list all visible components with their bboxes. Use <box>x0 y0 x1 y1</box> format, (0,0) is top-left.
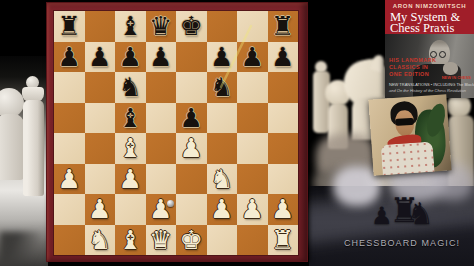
square-a4[interactable] <box>54 133 85 164</box>
chess-board: ♜♝♛♚♜♟♟♟♟♟♟♟♞♞♝♟♝♟♟♟♞♟♟♟♟♟♞♝♛♚♜ <box>54 11 298 255</box>
book-tagline-3: ONE EDITION <box>389 71 429 77</box>
square-e7[interactable] <box>176 42 207 73</box>
square-g2[interactable]: ♟ <box>237 194 268 225</box>
white-knight: ♞ <box>210 164 233 195</box>
white-pawn: ♟ <box>119 164 142 195</box>
channel-name: CHESSBOARD MAGIC! <box>322 238 474 248</box>
square-c3[interactable]: ♟ <box>115 164 146 195</box>
square-a2[interactable] <box>54 194 85 225</box>
white-pawn: ♟ <box>210 194 233 225</box>
sunglasses-icon <box>395 118 414 126</box>
white-pawn: ♟ <box>180 133 203 164</box>
square-g5[interactable] <box>237 103 268 134</box>
square-d2[interactable]: ♟ <box>146 194 177 225</box>
black-pawn: ♟ <box>180 103 203 134</box>
square-h6[interactable] <box>268 72 299 103</box>
square-e6[interactable] <box>176 72 207 103</box>
black-pawn: ♟ <box>241 42 264 73</box>
square-c2[interactable] <box>115 194 146 225</box>
white-pawn: ♟ <box>58 164 81 195</box>
nimzowitsch-photo: HIS LANDMARK CLASSICS IN ONE EDITION NEW… <box>385 34 474 98</box>
square-d3[interactable] <box>146 164 177 195</box>
mouse-cursor <box>167 200 174 207</box>
square-h2[interactable]: ♟ <box>268 194 299 225</box>
square-a6[interactable] <box>54 72 85 103</box>
square-d8[interactable]: ♛ <box>146 11 177 42</box>
black-knight: ♞ <box>119 72 142 103</box>
square-d6[interactable] <box>146 72 177 103</box>
square-g6[interactable] <box>237 72 268 103</box>
square-h1[interactable]: ♜ <box>268 225 299 256</box>
white-pawn: ♟ <box>88 194 111 225</box>
white-pawn: ♟ <box>271 194 294 225</box>
square-h5[interactable] <box>268 103 299 134</box>
white-king: ♚ <box>180 225 203 256</box>
square-c4[interactable]: ♝ <box>115 133 146 164</box>
black-rook: ♜ <box>58 11 81 42</box>
left-pieces-photo <box>0 56 48 266</box>
square-b3[interactable] <box>85 164 116 195</box>
video-frame[interactable]: ♟ ♜ ♞ CHESSBOARD MAGIC! ARON NIMZOWITSCH… <box>0 0 474 266</box>
square-f7[interactable]: ♟ <box>207 42 238 73</box>
chess-board-frame: ♜♝♛♚♜♟♟♟♟♟♟♟♞♞♝♟♝♟♟♟♞♟♟♟♟♟♞♝♛♚♜ <box>46 2 308 262</box>
square-h4[interactable] <box>268 133 299 164</box>
square-b4[interactable] <box>85 133 116 164</box>
square-a1[interactable] <box>54 225 85 256</box>
square-g8[interactable] <box>237 11 268 42</box>
black-bishop: ♝ <box>119 11 142 42</box>
square-b8[interactable] <box>85 11 116 42</box>
white-bishop: ♝ <box>119 133 142 164</box>
black-king: ♚ <box>180 11 203 42</box>
square-b6[interactable] <box>85 72 116 103</box>
black-queen: ♛ <box>149 11 172 42</box>
white-bishop: ♝ <box>119 225 142 256</box>
black-knight: ♞ <box>210 72 233 103</box>
book-cover: ARON NIMZOWITSCH My System & Chess Praxi… <box>385 0 474 98</box>
square-h8[interactable]: ♜ <box>268 11 299 42</box>
square-f1[interactable] <box>207 225 238 256</box>
book-note-1: NEW TRANSLATIONS • INCLUDING The Blockad… <box>389 82 474 87</box>
square-e5[interactable]: ♟ <box>176 103 207 134</box>
black-pawn: ♟ <box>119 42 142 73</box>
presenter-photo <box>368 94 451 175</box>
square-a7[interactable]: ♟ <box>54 42 85 73</box>
square-f8[interactable] <box>207 11 238 42</box>
publisher-label: NEW IN CHESS <box>442 75 471 80</box>
book-note-2: and On the History of the Chess Revoluti… <box>389 88 466 93</box>
square-g7[interactable]: ♟ <box>237 42 268 73</box>
square-h3[interactable] <box>268 164 299 195</box>
square-e1[interactable]: ♚ <box>176 225 207 256</box>
square-c5[interactable]: ♝ <box>115 103 146 134</box>
square-b2[interactable]: ♟ <box>85 194 116 225</box>
square-g3[interactable] <box>237 164 268 195</box>
white-queen: ♛ <box>149 225 172 256</box>
square-c6[interactable]: ♞ <box>115 72 146 103</box>
square-e2[interactable] <box>176 194 207 225</box>
white-pawn: ♟ <box>149 194 172 225</box>
black-pawn: ♟ <box>210 42 233 73</box>
square-c1[interactable]: ♝ <box>115 225 146 256</box>
black-pawn: ♟ <box>88 42 111 73</box>
square-d4[interactable] <box>146 133 177 164</box>
black-rook: ♜ <box>271 11 294 42</box>
square-f3[interactable]: ♞ <box>207 164 238 195</box>
square-b1[interactable]: ♞ <box>85 225 116 256</box>
square-g1[interactable] <box>237 225 268 256</box>
white-knight: ♞ <box>88 225 111 256</box>
presenter-shirt <box>381 141 435 175</box>
square-f4[interactable] <box>207 133 238 164</box>
book-tagline-1: HIS LANDMARK <box>389 57 436 63</box>
white-rook: ♜ <box>271 225 294 256</box>
book-tagline-2: CLASSICS IN <box>389 64 428 70</box>
black-pawn: ♟ <box>149 42 172 73</box>
square-e8[interactable]: ♚ <box>176 11 207 42</box>
square-d7[interactable]: ♟ <box>146 42 177 73</box>
square-b7[interactable]: ♟ <box>85 42 116 73</box>
square-e3[interactable] <box>176 164 207 195</box>
square-d5[interactable] <box>146 103 177 134</box>
square-b5[interactable] <box>85 103 116 134</box>
black-pawn: ♟ <box>58 42 81 73</box>
square-f5[interactable] <box>207 103 238 134</box>
logo-knight-icon: ♞ <box>407 196 434 231</box>
square-e4[interactable]: ♟ <box>176 133 207 164</box>
square-c8[interactable]: ♝ <box>115 11 146 42</box>
square-d1[interactable]: ♛ <box>146 225 177 256</box>
square-f6[interactable]: ♞ <box>207 72 238 103</box>
square-c7[interactable]: ♟ <box>115 42 146 73</box>
square-a8[interactable]: ♜ <box>54 11 85 42</box>
square-g4[interactable] <box>237 133 268 164</box>
square-f2[interactable]: ♟ <box>207 194 238 225</box>
square-a5[interactable] <box>54 103 85 134</box>
book-author: ARON NIMZOWITSCH <box>385 3 474 9</box>
square-a3[interactable]: ♟ <box>54 164 85 195</box>
white-pawn: ♟ <box>241 194 264 225</box>
black-pawn: ♟ <box>271 42 294 73</box>
book-title-line2: Chess Praxis <box>390 23 454 34</box>
black-bishop: ♝ <box>119 103 142 134</box>
square-h7[interactable]: ♟ <box>268 42 299 73</box>
